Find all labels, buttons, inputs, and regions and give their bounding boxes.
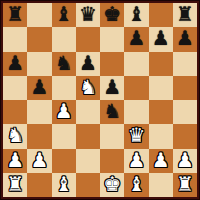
white-bishop-piece: ♝ — [127, 174, 145, 194]
square-f1[interactable]: ♝ — [124, 173, 148, 197]
square-c7[interactable] — [52, 27, 76, 51]
square-f7[interactable]: ♟ — [124, 27, 148, 51]
square-f5[interactable] — [124, 76, 148, 100]
black-queen-piece: ♛ — [79, 4, 97, 24]
square-d8[interactable]: ♛ — [76, 3, 100, 27]
square-e7[interactable] — [100, 27, 124, 51]
black-king-piece: ♚ — [103, 4, 121, 24]
white-rook-piece: ♜ — [6, 174, 24, 194]
square-b1[interactable] — [27, 173, 51, 197]
square-g8[interactable] — [149, 3, 173, 27]
white-pawn-piece: ♟ — [152, 150, 170, 170]
square-h6[interactable] — [173, 52, 197, 76]
square-e8[interactable]: ♚ — [100, 3, 124, 27]
square-d6[interactable]: ♟ — [76, 52, 100, 76]
square-f2[interactable]: ♟ — [124, 149, 148, 173]
white-knight-piece: ♞ — [6, 125, 24, 145]
square-a1[interactable]: ♜ — [3, 173, 27, 197]
square-d5[interactable]: ♞ — [76, 76, 100, 100]
square-g5[interactable] — [149, 76, 173, 100]
square-d4[interactable] — [76, 100, 100, 124]
square-a8[interactable]: ♜ — [3, 3, 27, 27]
square-h8[interactable]: ♜ — [173, 3, 197, 27]
square-b4[interactable] — [27, 100, 51, 124]
square-c6[interactable]: ♞ — [52, 52, 76, 76]
black-rook-piece: ♜ — [176, 4, 194, 24]
square-a6[interactable]: ♟ — [3, 52, 27, 76]
square-c2[interactable] — [52, 149, 76, 173]
square-a4[interactable] — [3, 100, 27, 124]
square-f4[interactable] — [124, 100, 148, 124]
black-pawn-piece: ♟ — [103, 77, 121, 97]
white-pawn-piece: ♟ — [30, 150, 48, 170]
square-h3[interactable] — [173, 124, 197, 148]
white-bishop-piece: ♝ — [55, 174, 73, 194]
white-rook-piece: ♜ — [176, 174, 194, 194]
square-c8[interactable]: ♝ — [52, 3, 76, 27]
square-e4[interactable]: ♞ — [100, 100, 124, 124]
square-d7[interactable] — [76, 27, 100, 51]
black-knight-piece: ♞ — [55, 53, 73, 73]
white-pawn-piece: ♟ — [176, 150, 194, 170]
square-c3[interactable] — [52, 124, 76, 148]
black-knight-piece: ♞ — [103, 101, 121, 121]
square-f8[interactable]: ♝ — [124, 3, 148, 27]
square-h4[interactable] — [173, 100, 197, 124]
chess-board-frame: ♜♝♛♚♝♜♟♟♟♟♞♟♟♞♟♟♞♞♛♟♟♟♟♟♜♝♚♝♜ — [0, 0, 200, 200]
white-knight-piece: ♞ — [79, 77, 97, 97]
black-pawn-piece: ♟ — [6, 53, 24, 73]
square-c1[interactable]: ♝ — [52, 173, 76, 197]
square-a7[interactable] — [3, 27, 27, 51]
square-h7[interactable]: ♟ — [173, 27, 197, 51]
white-pawn-piece: ♟ — [127, 150, 145, 170]
square-g7[interactable]: ♟ — [149, 27, 173, 51]
black-rook-piece: ♜ — [6, 4, 24, 24]
white-queen-piece: ♛ — [127, 125, 145, 145]
square-b2[interactable]: ♟ — [27, 149, 51, 173]
square-e2[interactable] — [100, 149, 124, 173]
square-e5[interactable]: ♟ — [100, 76, 124, 100]
square-b5[interactable]: ♟ — [27, 76, 51, 100]
square-b3[interactable] — [27, 124, 51, 148]
square-b7[interactable] — [27, 27, 51, 51]
square-f3[interactable]: ♛ — [124, 124, 148, 148]
square-a5[interactable] — [3, 76, 27, 100]
black-pawn-piece: ♟ — [152, 28, 170, 48]
square-b6[interactable] — [27, 52, 51, 76]
square-b8[interactable] — [27, 3, 51, 27]
square-f6[interactable] — [124, 52, 148, 76]
square-a3[interactable]: ♞ — [3, 124, 27, 148]
square-e6[interactable] — [100, 52, 124, 76]
square-h2[interactable]: ♟ — [173, 149, 197, 173]
square-e3[interactable] — [100, 124, 124, 148]
white-pawn-piece: ♟ — [6, 150, 24, 170]
black-pawn-piece: ♟ — [30, 77, 48, 97]
black-bishop-piece: ♝ — [127, 4, 145, 24]
square-c5[interactable] — [52, 76, 76, 100]
chess-board: ♜♝♛♚♝♜♟♟♟♟♞♟♟♞♟♟♞♞♛♟♟♟♟♟♜♝♚♝♜ — [3, 3, 197, 197]
white-king-piece: ♚ — [103, 174, 121, 194]
square-d3[interactable] — [76, 124, 100, 148]
square-d2[interactable] — [76, 149, 100, 173]
square-h1[interactable]: ♜ — [173, 173, 197, 197]
square-c4[interactable]: ♟ — [52, 100, 76, 124]
square-g6[interactable] — [149, 52, 173, 76]
black-pawn-piece: ♟ — [127, 28, 145, 48]
white-pawn-piece: ♟ — [55, 101, 73, 121]
black-pawn-piece: ♟ — [176, 28, 194, 48]
square-g3[interactable] — [149, 124, 173, 148]
square-g4[interactable] — [149, 100, 173, 124]
square-g1[interactable] — [149, 173, 173, 197]
square-h5[interactable] — [173, 76, 197, 100]
square-d1[interactable] — [76, 173, 100, 197]
square-g2[interactable]: ♟ — [149, 149, 173, 173]
square-e1[interactable]: ♚ — [100, 173, 124, 197]
black-bishop-piece: ♝ — [55, 4, 73, 24]
square-a2[interactable]: ♟ — [3, 149, 27, 173]
black-pawn-piece: ♟ — [79, 53, 97, 73]
